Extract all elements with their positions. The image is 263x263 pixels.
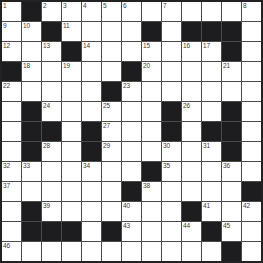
- block-r11c3: [62, 222, 81, 241]
- clue-number-9: 9: [3, 22, 6, 30]
- clue-number-43: 43: [123, 222, 130, 230]
- cell-r1c8[interactable]: [162, 22, 181, 41]
- cell-r0c4[interactable]: 4: [82, 2, 101, 21]
- cell-r5c4[interactable]: [82, 102, 101, 121]
- cell-r6c12[interactable]: [242, 122, 261, 141]
- cell-r2c4[interactable]: 14: [82, 42, 101, 61]
- block-r6c11: [222, 122, 241, 141]
- block-r8c7: [142, 162, 161, 181]
- block-r6c2: [42, 122, 61, 141]
- cell-r8c6[interactable]: [122, 162, 141, 181]
- block-r4c5: [102, 82, 121, 101]
- block-r1c10: [202, 22, 221, 41]
- block-r11c10: [202, 222, 221, 241]
- cell-r1c5[interactable]: [102, 22, 121, 41]
- cell-r11c6[interactable]: 43: [122, 222, 141, 241]
- cell-r5c5[interactable]: 25: [102, 102, 121, 121]
- cell-r5c12[interactable]: [242, 102, 261, 121]
- clue-number-37: 37: [3, 182, 10, 190]
- block-r6c4: [82, 122, 101, 141]
- cell-r9c11[interactable]: [222, 182, 241, 201]
- cell-r9c10[interactable]: [202, 182, 221, 201]
- clue-number-14: 14: [83, 42, 90, 50]
- cell-r7c5[interactable]: 29: [102, 142, 121, 161]
- cell-r0c12[interactable]: 8: [242, 2, 261, 21]
- clue-number-21: 21: [223, 62, 230, 70]
- cell-r3c12[interactable]: [242, 62, 261, 81]
- cell-r4c4[interactable]: [82, 82, 101, 101]
- cell-r9c0[interactable]: 37: [2, 182, 21, 201]
- cell-r0c8[interactable]: 7: [162, 2, 181, 21]
- cell-r2c6[interactable]: [122, 42, 141, 61]
- cell-r11c4[interactable]: [82, 222, 101, 241]
- block-r9c6: [122, 182, 141, 201]
- cell-r10c2[interactable]: 39: [42, 202, 61, 221]
- cell-r3c11[interactable]: 21: [222, 62, 241, 81]
- cell-r2c7[interactable]: 15: [142, 42, 161, 61]
- cell-r12c8[interactable]: [162, 242, 181, 261]
- block-r6c10: [202, 122, 221, 141]
- cell-r10c11[interactable]: [222, 202, 241, 221]
- clue-number-35: 35: [163, 162, 170, 170]
- clue-number-39: 39: [43, 202, 50, 210]
- cell-r8c9[interactable]: [182, 162, 201, 181]
- clue-number-6: 6: [123, 2, 126, 10]
- cell-r12c9[interactable]: [182, 242, 201, 261]
- cell-r9c8[interactable]: [162, 182, 181, 201]
- cell-r0c11[interactable]: [222, 2, 241, 21]
- clue-number-4: 4: [83, 2, 86, 10]
- cell-r3c10[interactable]: [202, 62, 221, 81]
- cell-r1c12[interactable]: [242, 22, 261, 41]
- cell-r4c11[interactable]: [222, 82, 241, 101]
- cell-r2c1[interactable]: [22, 42, 41, 61]
- cell-r3c3[interactable]: 19: [62, 62, 81, 81]
- cell-r3c1[interactable]: 18: [22, 62, 41, 81]
- clue-number-3: 3: [63, 2, 66, 10]
- cell-r8c3[interactable]: [62, 162, 81, 181]
- clue-number-22: 22: [3, 82, 10, 90]
- cell-r4c10[interactable]: [202, 82, 221, 101]
- block-r2c3: [62, 42, 81, 61]
- cell-r8c10[interactable]: [202, 162, 221, 181]
- block-r5c1: [22, 102, 41, 121]
- cell-r9c2[interactable]: [42, 182, 61, 201]
- cell-r9c1[interactable]: [22, 182, 41, 201]
- cell-r9c5[interactable]: [102, 182, 121, 201]
- clue-number-12: 12: [3, 42, 10, 50]
- cell-r7c8[interactable]: 30: [162, 142, 181, 161]
- cell-r10c6[interactable]: 40: [122, 202, 141, 221]
- cell-r12c12[interactable]: [242, 242, 261, 261]
- block-r3c0: [2, 62, 21, 81]
- cell-r8c8[interactable]: 35: [162, 162, 181, 181]
- clue-number-15: 15: [143, 42, 150, 50]
- cell-r4c7[interactable]: [142, 82, 161, 101]
- cell-r0c9[interactable]: [182, 2, 201, 21]
- cell-r11c9[interactable]: 44: [182, 222, 201, 241]
- cell-r7c12[interactable]: [242, 142, 261, 161]
- cell-r3c2[interactable]: [42, 62, 61, 81]
- block-r7c1: [22, 142, 41, 161]
- cell-r1c1[interactable]: 10: [22, 22, 41, 41]
- cell-r0c3[interactable]: 3: [62, 2, 81, 21]
- cell-r1c6[interactable]: [122, 22, 141, 41]
- cell-r6c5[interactable]: 27: [102, 122, 121, 141]
- clue-number-17: 17: [203, 42, 210, 50]
- block-r3c6: [122, 62, 141, 81]
- block-r10c1: [22, 202, 41, 221]
- cell-r3c9[interactable]: [182, 62, 201, 81]
- block-r7c4: [82, 142, 101, 161]
- cell-r9c7[interactable]: 38: [142, 182, 161, 201]
- clue-number-26: 26: [183, 102, 190, 110]
- clue-number-8: 8: [243, 2, 246, 10]
- cell-r5c10[interactable]: [202, 102, 221, 121]
- cell-r6c9[interactable]: [182, 122, 201, 141]
- block-r2c11: [222, 42, 241, 61]
- clue-number-5: 5: [103, 2, 106, 10]
- cell-r7c9[interactable]: [182, 142, 201, 161]
- block-r1c11: [222, 22, 241, 41]
- clue-number-41: 41: [203, 202, 210, 210]
- cell-r9c9[interactable]: [182, 182, 201, 201]
- cell-r8c1[interactable]: 33: [22, 162, 41, 181]
- cell-r0c6[interactable]: 6: [122, 2, 141, 21]
- cell-r1c4[interactable]: [82, 22, 101, 41]
- cell-r5c9[interactable]: 26: [182, 102, 201, 121]
- cell-r5c2[interactable]: 24: [42, 102, 61, 121]
- clue-number-29: 29: [103, 142, 110, 150]
- cell-r2c0[interactable]: 12: [2, 42, 21, 61]
- cell-r11c12[interactable]: [242, 222, 261, 241]
- cell-r2c2[interactable]: 13: [42, 42, 61, 61]
- cell-r10c12[interactable]: 42: [242, 202, 261, 221]
- cell-r12c0[interactable]: 46: [2, 242, 21, 261]
- clue-number-18: 18: [23, 62, 30, 70]
- cell-r12c3[interactable]: [62, 242, 81, 261]
- clue-number-30: 30: [163, 142, 170, 150]
- cell-r12c2[interactable]: [42, 242, 61, 261]
- crossword-grid: 1234567891011121314151617181920212223242…: [0, 0, 263, 263]
- cell-r3c7[interactable]: 20: [142, 62, 161, 81]
- clue-number-11: 11: [63, 22, 69, 30]
- cell-r12c5[interactable]: [102, 242, 121, 261]
- clue-number-25: 25: [103, 102, 110, 110]
- block-r5c8: [162, 102, 181, 121]
- cell-r3c8[interactable]: [162, 62, 181, 81]
- cell-r6c6[interactable]: [122, 122, 141, 141]
- cell-r0c0[interactable]: 1: [2, 2, 21, 21]
- block-r7c11: [222, 142, 241, 161]
- cell-r7c3[interactable]: [62, 142, 81, 161]
- block-r1c7: [142, 22, 161, 41]
- clue-number-46: 46: [3, 242, 10, 250]
- clue-number-42: 42: [243, 202, 250, 210]
- block-r11c5: [102, 222, 121, 241]
- cell-r8c4[interactable]: 34: [82, 162, 101, 181]
- cell-r8c12[interactable]: [242, 162, 261, 181]
- cell-r11c7[interactable]: [142, 222, 161, 241]
- cell-r4c0[interactable]: 22: [2, 82, 21, 101]
- cell-r7c0[interactable]: [2, 142, 21, 161]
- clue-number-27: 27: [103, 122, 110, 130]
- cell-r7c7[interactable]: [142, 142, 161, 161]
- cell-r4c2[interactable]: [42, 82, 61, 101]
- cell-r4c6[interactable]: 23: [122, 82, 141, 101]
- clue-number-23: 23: [123, 82, 130, 90]
- cell-r10c5[interactable]: [102, 202, 121, 221]
- cell-r1c3[interactable]: 11: [62, 22, 81, 41]
- clue-number-36: 36: [223, 162, 230, 170]
- cell-r2c10[interactable]: 17: [202, 42, 221, 61]
- block-r12c11: [222, 242, 241, 261]
- cell-r7c2[interactable]: 28: [42, 142, 61, 161]
- cell-r7c10[interactable]: 31: [202, 142, 221, 161]
- cell-r12c1[interactable]: [22, 242, 41, 261]
- clue-number-34: 34: [83, 162, 90, 170]
- cell-r8c5[interactable]: [102, 162, 121, 181]
- cell-r11c8[interactable]: [162, 222, 181, 241]
- clue-number-16: 16: [183, 42, 190, 50]
- cell-r2c8[interactable]: [162, 42, 181, 61]
- block-r1c9: [182, 22, 201, 41]
- clue-number-13: 13: [43, 42, 50, 50]
- block-r10c9: [182, 202, 201, 221]
- cell-r4c3[interactable]: [62, 82, 81, 101]
- cell-r6c3[interactable]: [62, 122, 81, 141]
- cell-r6c7[interactable]: [142, 122, 161, 141]
- clue-number-40: 40: [123, 202, 130, 210]
- cell-r8c0[interactable]: 32: [2, 162, 21, 181]
- clue-number-2: 2: [43, 2, 46, 10]
- page: 1234567891011121314151617181920212223242…: [0, 0, 263, 263]
- cell-r0c2[interactable]: 2: [42, 2, 61, 21]
- cell-r7c6[interactable]: [122, 142, 141, 161]
- cell-r4c1[interactable]: [22, 82, 41, 101]
- cell-r2c9[interactable]: 16: [182, 42, 201, 61]
- clue-number-32: 32: [3, 162, 10, 170]
- clue-number-7: 7: [163, 2, 166, 10]
- cell-r12c7[interactable]: [142, 242, 161, 261]
- clue-number-45: 45: [223, 222, 230, 230]
- cell-r5c6[interactable]: [122, 102, 141, 121]
- block-r9c12: [242, 182, 261, 201]
- cell-r10c3[interactable]: [62, 202, 81, 221]
- cell-r3c5[interactable]: [102, 62, 121, 81]
- block-r0c1: [22, 2, 41, 21]
- cell-r5c3[interactable]: [62, 102, 81, 121]
- clue-number-31: 31: [203, 142, 210, 150]
- block-r6c1: [22, 122, 41, 141]
- cell-r9c4[interactable]: [82, 182, 101, 201]
- cell-r10c7[interactable]: [142, 202, 161, 221]
- cell-r2c12[interactable]: [242, 42, 261, 61]
- cell-r0c5[interactable]: 5: [102, 2, 121, 21]
- cell-r3c4[interactable]: [82, 62, 101, 81]
- cell-r4c8[interactable]: [162, 82, 181, 101]
- cell-r12c10[interactable]: [202, 242, 221, 261]
- clue-number-19: 19: [63, 62, 70, 70]
- block-r11c2: [42, 222, 61, 241]
- cell-r10c0[interactable]: [2, 202, 21, 221]
- cell-r4c9[interactable]: [182, 82, 201, 101]
- clue-number-10: 10: [23, 22, 30, 30]
- cell-r8c2[interactable]: [42, 162, 61, 181]
- cell-r12c6[interactable]: [122, 242, 141, 261]
- block-r11c1: [22, 222, 41, 241]
- clue-number-28: 28: [43, 142, 50, 150]
- cell-r2c5[interactable]: [102, 42, 121, 61]
- cell-r4c12[interactable]: [242, 82, 261, 101]
- cell-r1c0[interactable]: 9: [2, 22, 21, 41]
- clue-number-20: 20: [143, 62, 150, 70]
- cell-r10c4[interactable]: [82, 202, 101, 221]
- clue-number-38: 38: [143, 182, 150, 190]
- block-r5c11: [222, 102, 241, 121]
- clue-number-24: 24: [43, 102, 50, 110]
- cell-r5c0[interactable]: [2, 102, 21, 121]
- block-r1c2: [42, 22, 61, 41]
- clue-number-1: 1: [3, 2, 6, 10]
- block-r6c8: [162, 122, 181, 141]
- cell-r10c8[interactable]: [162, 202, 181, 221]
- cell-r6c0[interactable]: [2, 122, 21, 141]
- cell-r11c11[interactable]: 45: [222, 222, 241, 241]
- cell-r0c7[interactable]: [142, 2, 161, 21]
- clue-number-33: 33: [23, 162, 30, 170]
- cell-r9c3[interactable]: [62, 182, 81, 201]
- cell-r12c4[interactable]: [82, 242, 101, 261]
- cell-r10c10[interactable]: 41: [202, 202, 221, 221]
- cell-r11c0[interactable]: [2, 222, 21, 241]
- clue-number-44: 44: [183, 222, 190, 230]
- cell-r0c10[interactable]: [202, 2, 221, 21]
- cell-r8c11[interactable]: 36: [222, 162, 241, 181]
- cell-r5c7[interactable]: [142, 102, 161, 121]
